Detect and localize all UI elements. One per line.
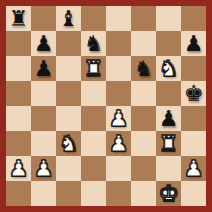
square-h5[interactable]: ♚	[181, 81, 206, 106]
square-d3[interactable]	[81, 131, 106, 156]
white-knight: ♞	[56, 131, 81, 156]
square-b8[interactable]	[31, 6, 56, 31]
white-pawn: ♟	[31, 156, 56, 181]
white-pawn: ♟	[181, 156, 206, 181]
square-a1[interactable]	[6, 181, 31, 206]
square-d5[interactable]	[81, 81, 106, 106]
square-g2[interactable]	[156, 156, 181, 181]
square-e2[interactable]	[106, 156, 131, 181]
white-king: ♚	[156, 181, 181, 206]
square-g7[interactable]	[156, 31, 181, 56]
square-a2[interactable]: ♟	[6, 156, 31, 181]
square-a5[interactable]	[6, 81, 31, 106]
square-e7[interactable]	[106, 31, 131, 56]
square-c2[interactable]	[56, 156, 81, 181]
square-d1[interactable]	[81, 181, 106, 206]
square-b1[interactable]	[31, 181, 56, 206]
square-b4[interactable]	[31, 106, 56, 131]
square-b5[interactable]	[31, 81, 56, 106]
square-c4[interactable]	[56, 106, 81, 131]
square-f1[interactable]	[131, 181, 156, 206]
black-pawn: ♟	[31, 31, 56, 56]
square-a4[interactable]	[6, 106, 31, 131]
square-g5[interactable]	[156, 81, 181, 106]
white-knight: ♞	[156, 56, 181, 81]
square-d2[interactable]	[81, 156, 106, 181]
square-e5[interactable]	[106, 81, 131, 106]
square-h8[interactable]	[181, 6, 206, 31]
black-pawn: ♟	[156, 106, 181, 131]
chessboard: ♜♝♟♞♟♟♜♞♞♚♟♟♞♟♜♟♟♟♚	[6, 6, 206, 206]
square-c7[interactable]	[56, 31, 81, 56]
white-pawn: ♟	[106, 106, 131, 131]
square-b3[interactable]	[31, 131, 56, 156]
square-a6[interactable]	[6, 56, 31, 81]
black-pawn: ♟	[181, 31, 206, 56]
black-rook: ♜	[6, 6, 31, 31]
white-rook: ♜	[156, 131, 181, 156]
square-g1[interactable]: ♚	[156, 181, 181, 206]
square-f4[interactable]	[131, 106, 156, 131]
white-pawn: ♟	[106, 131, 131, 156]
square-b6[interactable]: ♟	[31, 56, 56, 81]
square-c8[interactable]: ♝	[56, 6, 81, 31]
square-e1[interactable]	[106, 181, 131, 206]
square-a7[interactable]	[6, 31, 31, 56]
square-g6[interactable]: ♞	[156, 56, 181, 81]
square-d4[interactable]	[81, 106, 106, 131]
square-e3[interactable]: ♟	[106, 131, 131, 156]
square-f3[interactable]	[131, 131, 156, 156]
black-knight: ♞	[131, 56, 156, 81]
black-knight: ♞	[81, 31, 106, 56]
square-f7[interactable]	[131, 31, 156, 56]
square-b2[interactable]: ♟	[31, 156, 56, 181]
square-h1[interactable]	[181, 181, 206, 206]
black-pawn: ♟	[31, 56, 56, 81]
square-f6[interactable]: ♞	[131, 56, 156, 81]
square-h6[interactable]	[181, 56, 206, 81]
square-d8[interactable]	[81, 6, 106, 31]
square-c3[interactable]: ♞	[56, 131, 81, 156]
black-king: ♚	[181, 81, 206, 106]
square-c6[interactable]	[56, 56, 81, 81]
square-c5[interactable]	[56, 81, 81, 106]
square-f8[interactable]	[131, 6, 156, 31]
square-f5[interactable]	[131, 81, 156, 106]
square-h4[interactable]	[181, 106, 206, 131]
square-f2[interactable]	[131, 156, 156, 181]
black-bishop: ♝	[56, 6, 81, 31]
square-e8[interactable]	[106, 6, 131, 31]
square-a3[interactable]	[6, 131, 31, 156]
square-a8[interactable]: ♜	[6, 6, 31, 31]
square-g4[interactable]: ♟	[156, 106, 181, 131]
square-g8[interactable]	[156, 6, 181, 31]
square-h7[interactable]: ♟	[181, 31, 206, 56]
square-d6[interactable]: ♜	[81, 56, 106, 81]
white-pawn: ♟	[6, 156, 31, 181]
square-c1[interactable]	[56, 181, 81, 206]
square-b7[interactable]: ♟	[31, 31, 56, 56]
white-rook: ♜	[81, 56, 106, 81]
square-h2[interactable]: ♟	[181, 156, 206, 181]
chessboard-frame: ♜♝♟♞♟♟♜♞♞♚♟♟♞♟♜♟♟♟♚	[0, 0, 212, 212]
square-e6[interactable]	[106, 56, 131, 81]
square-d7[interactable]: ♞	[81, 31, 106, 56]
square-h3[interactable]	[181, 131, 206, 156]
square-g3[interactable]: ♜	[156, 131, 181, 156]
square-e4[interactable]: ♟	[106, 106, 131, 131]
